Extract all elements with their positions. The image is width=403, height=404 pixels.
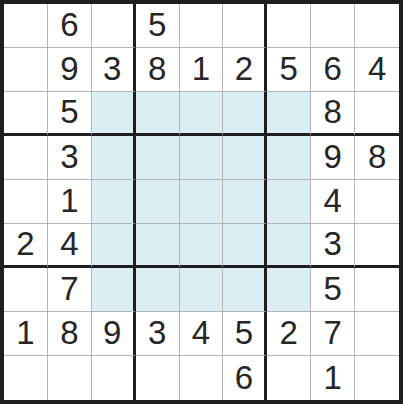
given-digit: 5	[280, 52, 298, 87]
given-digit: 3	[323, 227, 341, 262]
given-digit: 1	[60, 184, 78, 219]
cell-r5c7[interactable]	[267, 180, 311, 224]
cell-r1c7[interactable]	[267, 4, 311, 48]
given-digit: 3	[148, 316, 166, 351]
cell-r8c1: 1	[4, 312, 48, 356]
cell-r1c3[interactable]	[92, 4, 136, 48]
cell-r2c2: 9	[48, 48, 92, 92]
cell-r3c7[interactable]	[267, 92, 311, 136]
given-digit: 9	[323, 140, 341, 175]
cell-r7c9[interactable]	[355, 268, 399, 312]
given-digit: 4	[192, 316, 210, 351]
cell-r4c6[interactable]	[223, 136, 267, 180]
given-digit: 5	[148, 8, 166, 43]
given-digit: 3	[103, 52, 121, 87]
cell-r6c4[interactable]	[136, 224, 180, 268]
given-digit: 8	[368, 140, 386, 175]
cell-r5c4[interactable]	[136, 180, 180, 224]
cell-r7c6[interactable]	[223, 268, 267, 312]
cell-r3c6[interactable]	[223, 92, 267, 136]
given-digit: 6	[323, 52, 341, 87]
cell-r4c3[interactable]	[92, 136, 136, 180]
cell-r3c9[interactable]	[355, 92, 399, 136]
sudoku-board: 65938125645839814243751893452761	[0, 0, 403, 404]
cell-r2c4: 8	[136, 48, 180, 92]
cell-r8c3: 9	[92, 312, 136, 356]
cell-r9c5[interactable]	[180, 356, 224, 400]
cell-r9c8: 1	[311, 356, 355, 400]
cell-r6c1: 2	[4, 224, 48, 268]
cell-r3c8: 8	[311, 92, 355, 136]
cell-r8c2: 8	[48, 312, 92, 356]
cell-r7c4[interactable]	[136, 268, 180, 312]
cell-r9c4[interactable]	[136, 356, 180, 400]
given-digit: 7	[323, 316, 341, 351]
cell-r7c1[interactable]	[4, 268, 48, 312]
cell-r3c5[interactable]	[180, 92, 224, 136]
given-digit: 3	[60, 140, 78, 175]
given-digit: 5	[60, 95, 78, 130]
given-digit: 8	[60, 316, 78, 351]
cell-r6c3[interactable]	[92, 224, 136, 268]
cell-r7c2: 7	[48, 268, 92, 312]
cell-r9c3[interactable]	[92, 356, 136, 400]
cell-r9c9[interactable]	[355, 356, 399, 400]
given-digit: 4	[323, 184, 341, 219]
cell-r4c5[interactable]	[180, 136, 224, 180]
given-digit: 7	[60, 272, 78, 307]
cell-r4c1[interactable]	[4, 136, 48, 180]
given-digit: 5	[323, 272, 341, 307]
given-digit: 8	[148, 52, 166, 87]
given-digit: 4	[60, 227, 78, 262]
cell-r8c8: 7	[311, 312, 355, 356]
cell-r2c5: 1	[180, 48, 224, 92]
cell-r5c2: 1	[48, 180, 92, 224]
cell-r8c6: 5	[223, 312, 267, 356]
cell-r1c2: 6	[48, 4, 92, 48]
cell-r3c1[interactable]	[4, 92, 48, 136]
cell-r2c1[interactable]	[4, 48, 48, 92]
cell-r3c2: 5	[48, 92, 92, 136]
cell-r8c7: 2	[267, 312, 311, 356]
given-digit: 1	[323, 361, 341, 396]
cell-r2c9: 4	[355, 48, 399, 92]
cell-r4c9: 8	[355, 136, 399, 180]
cell-r5c3[interactable]	[92, 180, 136, 224]
given-digit: 2	[280, 316, 298, 351]
cell-r5c1[interactable]	[4, 180, 48, 224]
cell-r5c5[interactable]	[180, 180, 224, 224]
cell-r6c8: 3	[311, 224, 355, 268]
given-digit: 9	[103, 316, 121, 351]
given-digit: 2	[235, 52, 253, 87]
given-digit: 1	[16, 316, 34, 351]
cell-r3c4[interactable]	[136, 92, 180, 136]
cell-r2c8: 6	[311, 48, 355, 92]
cell-r6c7[interactable]	[267, 224, 311, 268]
cell-r1c4: 5	[136, 4, 180, 48]
cell-r9c6: 6	[223, 356, 267, 400]
cell-r1c9[interactable]	[355, 4, 399, 48]
cell-r1c8[interactable]	[311, 4, 355, 48]
cell-r5c6[interactable]	[223, 180, 267, 224]
cell-r7c7[interactable]	[267, 268, 311, 312]
cell-r7c3[interactable]	[92, 268, 136, 312]
cell-r6c6[interactable]	[223, 224, 267, 268]
cell-r4c8: 9	[311, 136, 355, 180]
given-digit: 5	[235, 316, 253, 351]
given-digit: 1	[192, 52, 210, 87]
cell-r2c6: 2	[223, 48, 267, 92]
cell-r5c9[interactable]	[355, 180, 399, 224]
cell-r9c2[interactable]	[48, 356, 92, 400]
cell-r6c2: 4	[48, 224, 92, 268]
given-digit: 2	[16, 227, 34, 262]
cell-r3c3[interactable]	[92, 92, 136, 136]
given-digit: 9	[60, 52, 78, 87]
cell-r9c7[interactable]	[267, 356, 311, 400]
cell-r2c3: 3	[92, 48, 136, 92]
cell-r2c7: 5	[267, 48, 311, 92]
cell-r1c1[interactable]	[4, 4, 48, 48]
cell-r5c8: 4	[311, 180, 355, 224]
cell-r6c5[interactable]	[180, 224, 224, 268]
cell-r8c5: 4	[180, 312, 224, 356]
cell-r7c8: 5	[311, 268, 355, 312]
cell-r8c4: 3	[136, 312, 180, 356]
cell-r9c1[interactable]	[4, 356, 48, 400]
cell-r4c4[interactable]	[136, 136, 180, 180]
cell-r4c7[interactable]	[267, 136, 311, 180]
cell-r8c9[interactable]	[355, 312, 399, 356]
given-digit: 6	[235, 361, 253, 396]
cell-r1c6[interactable]	[223, 4, 267, 48]
given-digit: 8	[323, 95, 341, 130]
cell-r7c5[interactable]	[180, 268, 224, 312]
cell-r1c5[interactable]	[180, 4, 224, 48]
cell-r4c2: 3	[48, 136, 92, 180]
given-digit: 4	[368, 52, 386, 87]
cell-r6c9[interactable]	[355, 224, 399, 268]
given-digit: 6	[60, 8, 78, 43]
